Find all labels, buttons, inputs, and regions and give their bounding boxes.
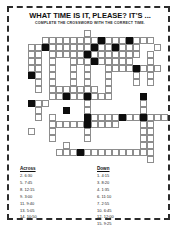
grid-cell[interactable] bbox=[56, 51, 63, 58]
grid-cell[interactable] bbox=[63, 37, 70, 44]
black-cell bbox=[112, 44, 119, 51]
grid-cell[interactable] bbox=[70, 121, 77, 128]
down-clue: 1. 4:15 bbox=[97, 173, 167, 180]
down-clue: 10. 6:45 bbox=[97, 208, 167, 215]
grid-cell[interactable] bbox=[105, 37, 112, 44]
grid-cell[interactable] bbox=[77, 121, 84, 128]
grid-cell[interactable] bbox=[140, 100, 147, 107]
grid-cell[interactable] bbox=[112, 51, 119, 58]
grid-cell[interactable] bbox=[70, 72, 77, 79]
grid-cell[interactable] bbox=[133, 149, 140, 156]
grid-cell[interactable] bbox=[70, 79, 77, 86]
across-clue-list: 2. 6:305. 7:458. 12:159. 3:0011. 9:4013.… bbox=[20, 173, 90, 221]
grid-cell[interactable] bbox=[119, 65, 126, 72]
grid-cell[interactable] bbox=[84, 58, 91, 65]
grid-cell[interactable] bbox=[161, 114, 168, 121]
grid-cell[interactable] bbox=[42, 100, 49, 107]
grid-cell[interactable] bbox=[126, 44, 133, 51]
black-cell bbox=[91, 44, 98, 51]
grid-cell[interactable] bbox=[63, 44, 70, 51]
grid-cell[interactable] bbox=[70, 51, 77, 58]
black-cell bbox=[119, 114, 126, 121]
grid-cell[interactable] bbox=[35, 79, 42, 86]
grid-cell[interactable] bbox=[77, 37, 84, 44]
grid-cell[interactable] bbox=[56, 44, 63, 51]
grid-cell[interactable] bbox=[49, 51, 56, 58]
grid-cell[interactable] bbox=[105, 149, 112, 156]
grid-cell[interactable] bbox=[35, 51, 42, 58]
grid-cell[interactable] bbox=[147, 65, 154, 72]
grid-cell[interactable] bbox=[112, 114, 119, 121]
grid-cell[interactable] bbox=[154, 65, 161, 72]
worksheet-title: WHAT TIME IS IT, PLEASE? IT'S ... bbox=[10, 11, 170, 20]
grid-cell[interactable] bbox=[56, 93, 63, 100]
grid-cell[interactable] bbox=[28, 65, 35, 72]
grid-cell[interactable] bbox=[56, 86, 63, 93]
grid-cell[interactable] bbox=[98, 121, 105, 128]
grid-cell[interactable] bbox=[77, 58, 84, 65]
across-clue: 13. 5:05 bbox=[20, 208, 90, 215]
grid-cell[interactable] bbox=[133, 37, 140, 44]
grid-cell[interactable] bbox=[147, 149, 154, 156]
grid-cell[interactable] bbox=[35, 72, 42, 79]
down-clue: 3. 8:20 bbox=[97, 180, 167, 187]
grid-cell[interactable] bbox=[112, 65, 119, 72]
grid-cell[interactable] bbox=[140, 121, 147, 128]
grid-cell[interactable] bbox=[98, 149, 105, 156]
black-cell bbox=[84, 114, 91, 121]
grid-cell[interactable] bbox=[147, 51, 154, 58]
across-clue: 5. 7:45 bbox=[20, 180, 90, 187]
grid-cell[interactable] bbox=[49, 93, 56, 100]
grid-cell[interactable] bbox=[98, 58, 105, 65]
grid-cell[interactable] bbox=[28, 128, 35, 135]
grid-cell[interactable] bbox=[77, 44, 84, 51]
grid-cell[interactable] bbox=[70, 149, 77, 156]
grid-cell[interactable] bbox=[49, 114, 56, 121]
grid-cell[interactable] bbox=[77, 86, 84, 93]
grid-cell[interactable] bbox=[147, 135, 154, 142]
grid-cell[interactable] bbox=[147, 114, 154, 121]
grid-cell[interactable] bbox=[84, 135, 91, 142]
grid-cell[interactable] bbox=[84, 79, 91, 86]
grid-cell[interactable] bbox=[133, 114, 140, 121]
grid-cell[interactable] bbox=[35, 58, 42, 65]
black-cell bbox=[63, 93, 70, 100]
grid-cell[interactable] bbox=[77, 51, 84, 58]
grid-cell[interactable] bbox=[49, 121, 56, 128]
black-cell bbox=[28, 72, 35, 79]
grid-cell[interactable] bbox=[147, 121, 154, 128]
grid-cell[interactable] bbox=[28, 58, 35, 65]
grid-cell[interactable] bbox=[147, 79, 154, 86]
grid-cell[interactable] bbox=[140, 149, 147, 156]
grid-cell[interactable] bbox=[63, 142, 70, 149]
grid-cell[interactable] bbox=[84, 37, 91, 44]
grid-cell[interactable] bbox=[49, 58, 56, 65]
black-cell bbox=[42, 44, 49, 51]
grid-cell[interactable] bbox=[133, 72, 140, 79]
grid-cell[interactable] bbox=[105, 121, 112, 128]
grid-cell[interactable] bbox=[154, 114, 161, 121]
grid-cell[interactable] bbox=[63, 121, 70, 128]
grid-cell[interactable] bbox=[77, 93, 84, 100]
down-clue: 4. 1:35 bbox=[97, 187, 167, 194]
grid-cell[interactable] bbox=[56, 37, 63, 44]
down-clue-list: 1. 4:153. 8:204. 1:356. 11:107. 2:5510. … bbox=[97, 173, 167, 228]
grid-cell[interactable] bbox=[49, 37, 56, 44]
grid-cell[interactable] bbox=[91, 114, 98, 121]
grid-cell[interactable] bbox=[105, 51, 112, 58]
grid-cell[interactable] bbox=[63, 149, 70, 156]
grid-cell[interactable] bbox=[119, 149, 126, 156]
black-cell bbox=[84, 93, 91, 100]
black-cell bbox=[77, 149, 84, 156]
grid-cell[interactable] bbox=[147, 156, 154, 163]
grid-cell[interactable] bbox=[126, 65, 133, 72]
down-clue: 7. 2:55 bbox=[97, 201, 167, 208]
grid-cell[interactable] bbox=[133, 79, 140, 86]
black-cell bbox=[84, 51, 91, 58]
grid-cell[interactable] bbox=[133, 51, 140, 58]
grid-cell[interactable] bbox=[98, 114, 105, 121]
grid-cell[interactable] bbox=[119, 44, 126, 51]
across-clue: 11. 9:40 bbox=[20, 201, 90, 208]
grid-cell[interactable] bbox=[84, 72, 91, 79]
grid-cell[interactable] bbox=[49, 44, 56, 51]
grid-cell[interactable] bbox=[105, 72, 112, 79]
black-cell bbox=[63, 107, 70, 114]
grid-cell[interactable] bbox=[126, 51, 133, 58]
grid-cell[interactable] bbox=[35, 114, 42, 121]
grid-cell[interactable] bbox=[154, 44, 161, 51]
black-cell bbox=[140, 93, 147, 100]
grid-cell[interactable] bbox=[35, 100, 42, 107]
grid-cell[interactable] bbox=[147, 128, 154, 135]
grid-cell[interactable] bbox=[119, 37, 126, 44]
grid-cell[interactable] bbox=[91, 86, 98, 93]
worksheet-subtitle: COMPLETE THE CROSSWORD WITH THE CORRECT … bbox=[10, 21, 170, 25]
grid-cell[interactable] bbox=[84, 44, 91, 51]
grid-cell[interactable] bbox=[140, 107, 147, 114]
black-cell bbox=[28, 100, 35, 107]
grid-cell[interactable] bbox=[84, 86, 91, 93]
grid-cell[interactable] bbox=[49, 86, 56, 93]
grid-cell[interactable] bbox=[56, 121, 63, 128]
grid-cell[interactable] bbox=[140, 135, 147, 142]
clues-across-section: Across 2. 6:305. 7:458. 12:159. 3:0011. … bbox=[20, 166, 90, 221]
grid-cell[interactable] bbox=[105, 58, 112, 65]
grid-cell[interactable] bbox=[70, 44, 77, 51]
clues-down-section: Down 1. 4:153. 8:204. 1:356. 11:107. 2:5… bbox=[97, 166, 167, 228]
black-cell bbox=[133, 65, 140, 72]
grid-cell[interactable] bbox=[70, 58, 77, 65]
across-clue: 14. 10:50 bbox=[20, 214, 90, 221]
grid-cell[interactable] bbox=[112, 58, 119, 65]
grid-cell[interactable] bbox=[70, 86, 77, 93]
grid-cell[interactable] bbox=[35, 65, 42, 72]
grid-cell[interactable] bbox=[49, 72, 56, 79]
grid-cell[interactable] bbox=[126, 114, 133, 121]
down-header: Down bbox=[97, 166, 167, 171]
worksheet-page: WHAT TIME IS IT, PLEASE? IT'S ... COMPLE… bbox=[0, 0, 180, 233]
grid-cell[interactable] bbox=[105, 114, 112, 121]
grid-cell[interactable] bbox=[147, 72, 154, 79]
grid-cell[interactable] bbox=[119, 58, 126, 65]
grid-cell[interactable] bbox=[63, 51, 70, 58]
grid-cell[interactable] bbox=[91, 37, 98, 44]
grid-cell[interactable] bbox=[91, 93, 98, 100]
grid-cell[interactable] bbox=[84, 100, 91, 107]
grid-cell[interactable] bbox=[49, 79, 56, 86]
grid-cell[interactable] bbox=[91, 149, 98, 156]
grid-cell[interactable] bbox=[70, 37, 77, 44]
down-clue: 15. 9:25 bbox=[97, 221, 167, 228]
grid-cell[interactable] bbox=[84, 107, 91, 114]
grid-cell[interactable] bbox=[112, 121, 119, 128]
grid-cell[interactable] bbox=[49, 135, 56, 142]
grid-cell[interactable] bbox=[98, 51, 105, 58]
grid-cell[interactable] bbox=[140, 142, 147, 149]
grid-cell[interactable] bbox=[84, 65, 91, 72]
grid-cell[interactable] bbox=[49, 65, 56, 72]
grid-cell[interactable] bbox=[126, 58, 133, 65]
grid-cell[interactable] bbox=[35, 86, 42, 93]
grid-cell[interactable] bbox=[56, 149, 63, 156]
across-clue: 8. 12:15 bbox=[20, 187, 90, 194]
across-clue: 9. 3:00 bbox=[20, 194, 90, 201]
grid-cell[interactable] bbox=[70, 65, 77, 72]
across-clue: 2. 6:30 bbox=[20, 173, 90, 180]
black-cell bbox=[98, 37, 105, 44]
grid-cell[interactable] bbox=[49, 128, 56, 135]
grid-cell[interactable] bbox=[147, 142, 154, 149]
grid-cell[interactable] bbox=[119, 51, 126, 58]
black-cell bbox=[140, 114, 147, 121]
grid-cell[interactable] bbox=[63, 86, 70, 93]
black-cell bbox=[84, 121, 91, 128]
grid-cell[interactable] bbox=[147, 37, 154, 44]
down-clue: 12. 12:00 bbox=[97, 214, 167, 221]
grid-cell[interactable] bbox=[70, 93, 77, 100]
grid-cell[interactable] bbox=[91, 51, 98, 58]
grid-cell[interactable] bbox=[140, 37, 147, 44]
grid-cell[interactable] bbox=[98, 93, 105, 100]
crossword-grid bbox=[14, 30, 168, 163]
grid-cell[interactable] bbox=[28, 51, 35, 58]
grid-cell[interactable] bbox=[28, 44, 35, 51]
grid-cell[interactable] bbox=[105, 65, 112, 72]
black-cell bbox=[91, 58, 98, 65]
grid-cell[interactable] bbox=[105, 79, 112, 86]
black-cell bbox=[126, 37, 133, 44]
grid-cell[interactable] bbox=[140, 128, 147, 135]
grid-cell[interactable] bbox=[112, 149, 119, 156]
grid-cell[interactable] bbox=[98, 44, 105, 51]
grid-cell[interactable] bbox=[42, 37, 49, 44]
grid-cell[interactable] bbox=[105, 44, 112, 51]
down-clue: 6. 11:10 bbox=[97, 194, 167, 201]
grid-cell[interactable] bbox=[112, 37, 119, 44]
grid-cell[interactable] bbox=[91, 121, 98, 128]
grid-cell[interactable] bbox=[126, 149, 133, 156]
grid-cell[interactable] bbox=[105, 86, 112, 93]
grid-cell[interactable] bbox=[84, 149, 91, 156]
grid-cell[interactable] bbox=[84, 128, 91, 135]
grid-cell[interactable] bbox=[140, 65, 147, 72]
grid-cell[interactable] bbox=[147, 58, 154, 65]
grid-cell[interactable] bbox=[84, 30, 91, 37]
grid-cell[interactable] bbox=[105, 93, 112, 100]
grid-cell[interactable] bbox=[35, 107, 42, 114]
grid-cell[interactable] bbox=[133, 44, 140, 51]
across-header: Across bbox=[20, 166, 90, 171]
grid-cell[interactable] bbox=[35, 44, 42, 51]
